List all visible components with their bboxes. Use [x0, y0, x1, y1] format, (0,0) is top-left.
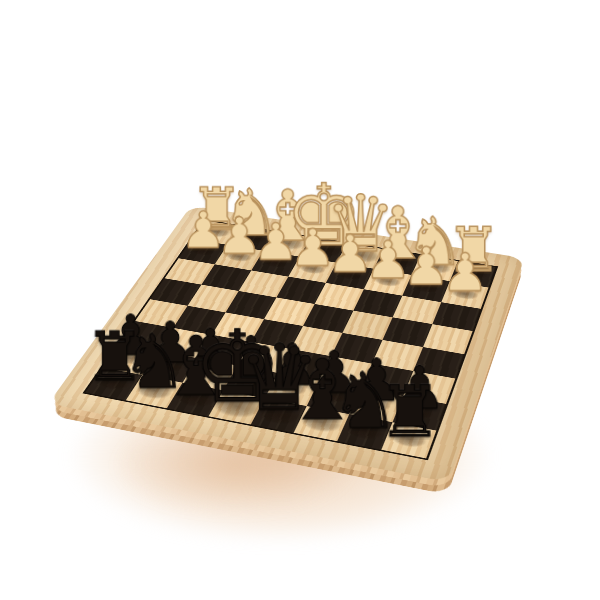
perspective-scene: ♜♞♝♚♛♝♞♜♟♟♟♟♟♟♟♟♟♟♟♟♟♟♟♟♜♞♝♚♛♝♞♜ — [0, 0, 600, 600]
chess-board: ♜♞♝♚♛♝♞♜♟♟♟♟♟♟♟♟♟♟♟♟♟♟♟♟♜♞♝♚♛♝♞♜ — [48, 206, 524, 483]
product-photo-stage: ♜♞♝♚♛♝♞♜♟♟♟♟♟♟♟♟♟♟♟♟♟♟♟♟♜♞♝♚♛♝♞♜ — [0, 0, 600, 600]
black-rook-icon: ♜ — [356, 366, 463, 440]
